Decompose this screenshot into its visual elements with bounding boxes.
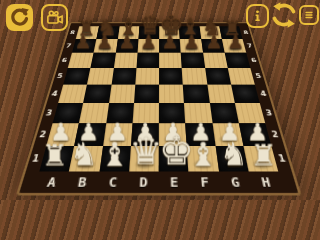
piece-white-bishop[interactable]: ♝ [189,137,219,170]
camera-icon [45,8,64,27]
file-label: E [159,172,190,193]
info-button[interactable] [246,4,269,28]
square-h1[interactable]: ♜ [243,146,278,172]
piece-white-king[interactable]: ♚ [159,131,189,170]
square-g1[interactable]: ♞ [215,146,248,172]
square-d4[interactable] [134,85,159,103]
square-e6[interactable] [159,53,182,68]
piece-black-pawn[interactable]: ♟ [203,33,225,52]
restart-button[interactable] [6,4,33,31]
square-b4[interactable] [83,85,111,103]
square-h7[interactable]: ♟ [222,39,247,53]
rotate-icon [270,1,298,29]
square-b7[interactable]: ♟ [94,39,118,53]
menu-icon [303,9,315,21]
square-f6[interactable] [181,53,205,68]
board-frame: ♜♞♝♛♚♝♞♜♟♟♟♟♟♟♟♟♟♟♟♟♟♟♟♟♜♞♝♛♚♝♞♜ 8765432… [16,22,302,195]
file-label: D [127,172,158,193]
camera-button[interactable] [41,4,68,31]
piece-white-knight[interactable]: ♞ [69,139,99,171]
square-e4[interactable] [159,85,184,103]
square-g5[interactable] [205,68,231,85]
square-g6[interactable] [203,53,228,68]
square-e5[interactable] [159,68,183,85]
square-e7[interactable]: ♟ [159,39,181,53]
piece-white-knight[interactable]: ♞ [218,139,248,171]
square-a6[interactable] [68,53,94,68]
square-a4[interactable] [58,85,87,103]
square-f5[interactable] [182,68,207,85]
file-labels-bottom: ABCDEFGH [33,172,284,193]
square-h5[interactable] [228,68,255,85]
square-g4[interactable] [207,85,235,103]
file-label: B [65,172,99,193]
square-g7[interactable]: ♟ [201,39,225,53]
square-d1[interactable]: ♛ [129,146,159,172]
square-c4[interactable] [109,85,135,103]
square-c6[interactable] [113,53,137,68]
board-grid: ♜♞♝♛♚♝♞♜♟♟♟♟♟♟♟♟♟♟♟♟♟♟♟♟♜♞♝♛♚♝♞♜ [39,26,278,171]
square-b6[interactable] [91,53,116,68]
square-d7[interactable]: ♟ [137,39,159,53]
file-label: F [189,172,222,193]
piece-white-rook[interactable]: ♜ [248,141,278,170]
restart-icon [8,6,31,29]
piece-white-queen[interactable]: ♛ [129,134,159,171]
piece-white-bishop[interactable]: ♝ [99,137,129,170]
square-b1[interactable]: ♞ [69,146,102,172]
piece-black-pawn[interactable]: ♟ [181,33,203,52]
info-icon [250,8,265,24]
square-h4[interactable] [231,85,260,103]
square-h6[interactable] [224,53,250,68]
square-d5[interactable] [135,68,159,85]
piece-black-pawn[interactable]: ♟ [159,33,181,52]
piece-black-pawn[interactable]: ♟ [224,33,246,52]
square-f4[interactable] [183,85,209,103]
file-label: A [33,172,69,193]
file-label: C [96,172,129,193]
square-c7[interactable]: ♟ [116,39,139,53]
square-e1[interactable]: ♚ [159,146,189,172]
file-label: G [219,172,253,193]
piece-black-pawn[interactable]: ♟ [116,33,138,52]
rotate-board-button[interactable] [270,1,298,29]
piece-black-pawn[interactable]: ♟ [137,33,159,52]
square-b5[interactable] [87,68,113,85]
piece-black-pawn[interactable]: ♟ [94,33,116,52]
piece-black-pawn[interactable]: ♟ [72,33,94,52]
square-f1[interactable]: ♝ [187,146,219,172]
piece-white-rook[interactable]: ♜ [40,141,70,170]
file-label: H [248,172,284,193]
square-c1[interactable]: ♝ [99,146,131,172]
square-f7[interactable]: ♟ [180,39,203,53]
square-d6[interactable] [136,53,159,68]
menu-button[interactable] [299,5,319,25]
square-c5[interactable] [111,68,136,85]
